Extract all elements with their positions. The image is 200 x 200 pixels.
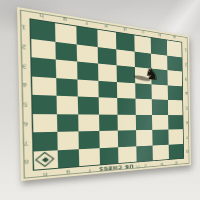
square (32, 57, 56, 77)
square (78, 97, 99, 115)
square (55, 59, 77, 79)
square (153, 144, 169, 160)
square (152, 130, 168, 146)
square (97, 47, 116, 66)
square (118, 130, 136, 147)
square (168, 100, 183, 115)
square (117, 65, 135, 83)
square (135, 114, 152, 130)
square (56, 78, 78, 97)
square (57, 149, 79, 168)
square (117, 98, 135, 114)
square (78, 131, 99, 149)
square (116, 49, 134, 67)
rank-label: 3 (18, 55, 31, 75)
rank-label: 5 (183, 100, 190, 115)
square (152, 99, 168, 114)
file-label: g (57, 167, 79, 178)
rank-label: 8 (20, 152, 32, 172)
file-label: h (33, 169, 57, 180)
rank-label: 1 (182, 42, 189, 58)
square (33, 114, 57, 133)
rank-label: 2 (182, 57, 189, 72)
rank-label: 7 (184, 129, 191, 144)
rank-label: 2 (18, 36, 31, 57)
square (168, 144, 183, 160)
square (33, 132, 57, 151)
square (98, 97, 117, 114)
rank-label: 4 (19, 75, 32, 95)
square (118, 146, 136, 163)
square (57, 131, 79, 149)
square (136, 130, 153, 146)
square (167, 85, 182, 100)
rank-label: 1 (17, 16, 30, 37)
square (167, 70, 182, 86)
square (151, 84, 167, 100)
rank-label: 7 (20, 133, 33, 153)
square (117, 82, 135, 99)
square (77, 62, 98, 81)
rank-label: 3 (183, 71, 190, 86)
rank-label: 6 (19, 114, 32, 133)
rank-label: 5 (19, 94, 32, 113)
square (168, 129, 183, 144)
square (98, 114, 117, 131)
rank-labels-right: 12345678 (182, 42, 191, 159)
square (56, 114, 78, 132)
square (55, 41, 77, 61)
file-label: b (153, 160, 169, 169)
square (78, 114, 99, 131)
square (98, 80, 117, 98)
square (32, 76, 56, 96)
square (168, 115, 183, 130)
square (99, 147, 118, 165)
rank-label: 8 (184, 144, 191, 159)
square (152, 115, 168, 130)
us-chess-corner-logo (35, 151, 54, 167)
square (32, 95, 56, 114)
knight-logo-icon: ♘ (135, 163, 141, 169)
rank-label: 4 (183, 86, 190, 101)
photo-background: 12345678 12345678 hgfedcba hgfedcba ♘ US… (0, 0, 200, 200)
black-knight-piece: ♞ (144, 65, 159, 82)
square (136, 145, 153, 162)
square (79, 148, 100, 166)
square (77, 44, 98, 63)
square (135, 83, 152, 99)
square (167, 55, 182, 71)
rank-label: 6 (183, 115, 190, 130)
square (99, 131, 118, 148)
chessboard: 12345678 12345678 hgfedcba hgfedcba ♘ US… (17, 7, 191, 181)
square (31, 38, 55, 59)
square (97, 63, 116, 81)
board-grid (29, 18, 184, 171)
square (77, 79, 98, 97)
square (135, 99, 152, 115)
square (117, 114, 135, 130)
board-wrapper: 12345678 12345678 hgfedcba hgfedcba ♘ US… (0, 0, 200, 200)
file-label: a (169, 159, 184, 167)
brand-text: US CHESS (98, 164, 133, 172)
square (56, 96, 78, 114)
